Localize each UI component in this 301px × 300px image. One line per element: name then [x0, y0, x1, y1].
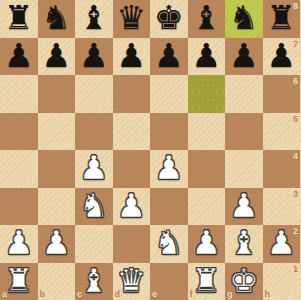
white-pawn[interactable]: ♟: [4, 226, 34, 259]
square-g8[interactable]: ♞: [225, 0, 263, 38]
square-e5[interactable]: [150, 113, 188, 151]
rank-label-4: 4: [293, 152, 298, 161]
square-c6[interactable]: [75, 75, 113, 113]
square-e4[interactable]: ♟: [150, 150, 188, 188]
square-h8[interactable]: ♜8: [263, 0, 301, 38]
square-b5[interactable]: [38, 113, 76, 151]
black-king[interactable]: ♚: [154, 1, 184, 34]
square-d8[interactable]: ♛: [113, 0, 151, 38]
square-f4[interactable]: [188, 150, 226, 188]
square-g7[interactable]: ♟: [225, 38, 263, 76]
square-g5[interactable]: [225, 113, 263, 151]
black-rook[interactable]: ♜: [4, 1, 34, 34]
square-c7[interactable]: ♟: [75, 38, 113, 76]
square-c2[interactable]: [75, 225, 113, 263]
square-b1[interactable]: b: [38, 263, 76, 300]
black-pawn[interactable]: ♟: [79, 39, 109, 72]
black-pawn[interactable]: ♟: [154, 39, 184, 72]
black-pawn[interactable]: ♟: [116, 39, 146, 72]
black-pawn[interactable]: ♟: [266, 39, 296, 72]
square-d5[interactable]: [113, 113, 151, 151]
square-b6[interactable]: [38, 75, 76, 113]
square-e8[interactable]: ♚: [150, 0, 188, 38]
black-pawn[interactable]: ♟: [41, 39, 71, 72]
square-c8[interactable]: ♝: [75, 0, 113, 38]
square-a3[interactable]: [0, 188, 38, 226]
square-a7[interactable]: ♟: [0, 38, 38, 76]
white-pawn[interactable]: ♟: [41, 226, 71, 259]
white-pawn[interactable]: ♟: [266, 226, 296, 259]
square-c1[interactable]: ♝c: [75, 263, 113, 300]
square-g4[interactable]: [225, 150, 263, 188]
black-pawn[interactable]: ♟: [4, 39, 34, 72]
white-rook[interactable]: ♜: [191, 264, 221, 297]
square-h6[interactable]: 6: [263, 75, 301, 113]
square-h5[interactable]: 5: [263, 113, 301, 151]
black-rook[interactable]: ♜: [266, 1, 296, 34]
square-b4[interactable]: [38, 150, 76, 188]
square-b2[interactable]: ♟: [38, 225, 76, 263]
square-d4[interactable]: [113, 150, 151, 188]
square-g1[interactable]: ♚g: [225, 263, 263, 300]
square-f8[interactable]: ♝: [188, 0, 226, 38]
square-e7[interactable]: ♟: [150, 38, 188, 76]
square-b7[interactable]: ♟: [38, 38, 76, 76]
square-g3[interactable]: ♟: [225, 188, 263, 226]
square-f7[interactable]: ♟: [188, 38, 226, 76]
white-pawn[interactable]: ♟: [79, 151, 109, 184]
square-c4[interactable]: ♟: [75, 150, 113, 188]
white-pawn[interactable]: ♟: [116, 189, 146, 222]
square-d6[interactable]: [113, 75, 151, 113]
square-a6[interactable]: [0, 75, 38, 113]
square-h4[interactable]: 4: [263, 150, 301, 188]
white-knight[interactable]: ♞: [154, 226, 184, 259]
file-label-h: h: [265, 290, 271, 299]
square-h1[interactable]: 1h: [263, 263, 301, 300]
white-pawn[interactable]: ♟: [154, 151, 184, 184]
square-b3[interactable]: [38, 188, 76, 226]
white-king[interactable]: ♚: [229, 264, 259, 297]
white-rook[interactable]: ♜: [4, 264, 34, 297]
black-pawn[interactable]: ♟: [191, 39, 221, 72]
file-label-e: e: [152, 290, 157, 299]
square-e3[interactable]: [150, 188, 188, 226]
square-c5[interactable]: [75, 113, 113, 151]
square-f3[interactable]: [188, 188, 226, 226]
square-h3[interactable]: 3: [263, 188, 301, 226]
chess-board: ♜♞♝♛♚♝♞♜8♟♟♟♟♟♟♟♟765♟♟4♞♟♟3♟♟♞♟♝♟2♜ab♝c♛…: [0, 0, 300, 300]
white-knight[interactable]: ♞: [79, 189, 109, 222]
square-g6[interactable]: [225, 75, 263, 113]
square-f6[interactable]: [188, 75, 226, 113]
square-e1[interactable]: e: [150, 263, 188, 300]
square-h7[interactable]: ♟7: [263, 38, 301, 76]
square-e2[interactable]: ♞: [150, 225, 188, 263]
square-d7[interactable]: ♟: [113, 38, 151, 76]
white-pawn[interactable]: ♟: [229, 189, 259, 222]
square-a4[interactable]: [0, 150, 38, 188]
black-queen[interactable]: ♛: [116, 1, 146, 34]
square-d1[interactable]: ♛d: [113, 263, 151, 300]
square-b8[interactable]: ♞: [38, 0, 76, 38]
square-a1[interactable]: ♜a: [0, 263, 38, 300]
square-g2[interactable]: ♝: [225, 225, 263, 263]
square-a5[interactable]: [0, 113, 38, 151]
rank-label-3: 3: [293, 190, 298, 199]
black-knight[interactable]: ♞: [229, 1, 259, 34]
file-label-b: b: [40, 290, 46, 299]
white-bishop[interactable]: ♝: [79, 264, 109, 297]
square-a8[interactable]: ♜: [0, 0, 38, 38]
rank-label-6: 6: [293, 77, 298, 86]
black-pawn[interactable]: ♟: [229, 39, 259, 72]
square-f2[interactable]: ♟: [188, 225, 226, 263]
square-d2[interactable]: [113, 225, 151, 263]
black-knight[interactable]: ♞: [41, 1, 71, 34]
white-bishop[interactable]: ♝: [229, 226, 259, 259]
white-pawn[interactable]: ♟: [191, 226, 221, 259]
square-h2[interactable]: ♟2: [263, 225, 301, 263]
square-a2[interactable]: ♟: [0, 225, 38, 263]
rank-label-1: 1: [293, 265, 298, 274]
black-bishop[interactable]: ♝: [79, 1, 109, 34]
rank-label-5: 5: [293, 115, 298, 124]
square-e6[interactable]: [150, 75, 188, 113]
square-f5[interactable]: [188, 113, 226, 151]
square-c3[interactable]: ♞: [75, 188, 113, 226]
square-f1[interactable]: ♜f: [188, 263, 226, 300]
white-queen[interactable]: ♛: [116, 264, 146, 297]
black-bishop[interactable]: ♝: [191, 1, 221, 34]
square-d3[interactable]: ♟: [113, 188, 151, 226]
